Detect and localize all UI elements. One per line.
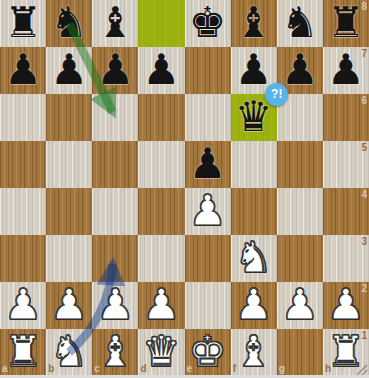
- square-d6[interactable]: [138, 94, 184, 141]
- square-h2[interactable]: ♟2: [323, 282, 369, 329]
- board-resize-handle[interactable]: [354, 363, 368, 376]
- white-bishop-f1[interactable]: ♝: [231, 329, 277, 376]
- white-pawn-a2[interactable]: ♟: [0, 282, 46, 329]
- square-e4[interactable]: ♟: [185, 188, 231, 235]
- square-c6[interactable]: [92, 94, 138, 141]
- square-b1[interactable]: ♞b: [46, 329, 92, 376]
- black-pawn-e5[interactable]: ♟: [185, 141, 231, 188]
- square-c7[interactable]: ♟: [92, 47, 138, 94]
- white-pawn-g2[interactable]: ♟: [277, 282, 323, 329]
- white-pawn-e4[interactable]: ♟: [185, 188, 231, 235]
- white-pawn-f2[interactable]: ♟: [231, 282, 277, 329]
- square-a3[interactable]: [0, 235, 46, 282]
- square-b7[interactable]: ♟: [46, 47, 92, 94]
- square-g6[interactable]: [277, 94, 323, 141]
- square-e8[interactable]: ♚: [185, 0, 231, 47]
- square-g5[interactable]: [277, 141, 323, 188]
- square-e5[interactable]: ♟: [185, 141, 231, 188]
- black-pawn-b7[interactable]: ♟: [46, 47, 92, 94]
- white-knight-f3[interactable]: ♞: [231, 235, 277, 282]
- white-rook-a1[interactable]: ♜: [0, 329, 46, 376]
- white-pawn-c2[interactable]: ♟: [92, 282, 138, 329]
- black-pawn-d7[interactable]: ♟: [138, 47, 184, 94]
- square-h5[interactable]: 5: [323, 141, 369, 188]
- square-e2[interactable]: [185, 282, 231, 329]
- square-f2[interactable]: ♟: [231, 282, 277, 329]
- white-king-e1[interactable]: ♚: [185, 329, 231, 376]
- square-h3[interactable]: 3: [323, 235, 369, 282]
- coord-rank-3: 3: [361, 237, 367, 247]
- square-f3[interactable]: ♞: [231, 235, 277, 282]
- square-d5[interactable]: [138, 141, 184, 188]
- black-pawn-f7[interactable]: ♟: [231, 47, 277, 94]
- square-d7[interactable]: ♟: [138, 47, 184, 94]
- square-h7[interactable]: ♟7: [323, 47, 369, 94]
- square-b2[interactable]: ♟: [46, 282, 92, 329]
- square-a4[interactable]: [0, 188, 46, 235]
- square-e3[interactable]: [185, 235, 231, 282]
- black-knight-b8[interactable]: ♞: [46, 0, 92, 47]
- square-f8[interactable]: ♝: [231, 0, 277, 47]
- coord-rank-4: 4: [361, 190, 367, 200]
- square-a5[interactable]: [0, 141, 46, 188]
- square-h8[interactable]: ♜8: [323, 0, 369, 47]
- square-b6[interactable]: [46, 94, 92, 141]
- square-a6[interactable]: [0, 94, 46, 141]
- square-g2[interactable]: ♟: [277, 282, 323, 329]
- black-rook-a8[interactable]: ♜: [0, 0, 46, 47]
- square-c1[interactable]: ♝c: [92, 329, 138, 376]
- square-f7[interactable]: ♟: [231, 47, 277, 94]
- square-b3[interactable]: [46, 235, 92, 282]
- chess-board-area: ♜♞♝♚♝♞♜8♟♟♟♟♟♟♟7♛6♟5♟4♞3♟♟♟♟♟♟♟2♜a♞b♝c♛d…: [0, 0, 369, 378]
- square-c4[interactable]: [92, 188, 138, 235]
- square-c3[interactable]: [92, 235, 138, 282]
- square-a8[interactable]: ♜: [0, 0, 46, 47]
- coord-rank-6: 6: [361, 96, 367, 106]
- white-bishop-c1[interactable]: ♝: [92, 329, 138, 376]
- square-g1[interactable]: g: [277, 329, 323, 376]
- square-d8[interactable]: [138, 0, 184, 47]
- square-g8[interactable]: ♞: [277, 0, 323, 47]
- square-a2[interactable]: ♟: [0, 282, 46, 329]
- square-g7[interactable]: ♟: [277, 47, 323, 94]
- square-f1[interactable]: ♝f: [231, 329, 277, 376]
- white-pawn-h2[interactable]: ♟: [323, 282, 369, 329]
- square-f4[interactable]: [231, 188, 277, 235]
- square-b8[interactable]: ♞: [46, 0, 92, 47]
- square-h4[interactable]: 4: [323, 188, 369, 235]
- white-pawn-d2[interactable]: ♟: [138, 282, 184, 329]
- white-knight-b1[interactable]: ♞: [46, 329, 92, 376]
- square-g4[interactable]: [277, 188, 323, 235]
- black-bishop-f8[interactable]: ♝: [231, 0, 277, 47]
- square-a7[interactable]: ♟: [0, 47, 46, 94]
- white-pawn-b2[interactable]: ♟: [46, 282, 92, 329]
- square-c2[interactable]: ♟: [92, 282, 138, 329]
- square-a1[interactable]: ♜a: [0, 329, 46, 376]
- square-b5[interactable]: [46, 141, 92, 188]
- black-pawn-a7[interactable]: ♟: [0, 47, 46, 94]
- square-g3[interactable]: [277, 235, 323, 282]
- black-knight-g8[interactable]: ♞: [277, 0, 323, 47]
- black-queen-f6[interactable]: ♛: [231, 94, 277, 141]
- chess-board: ♜♞♝♚♝♞♜8♟♟♟♟♟♟♟7♛6♟5♟4♞3♟♟♟♟♟♟♟2♜a♞b♝c♛d…: [0, 0, 369, 376]
- square-f6[interactable]: ♛: [231, 94, 277, 141]
- coord-rank-5: 5: [361, 143, 367, 153]
- black-king-e8[interactable]: ♚: [185, 0, 231, 47]
- black-rook-h8[interactable]: ♜: [323, 0, 369, 47]
- last-move-highlight-d8: [138, 0, 184, 47]
- square-d2[interactable]: ♟: [138, 282, 184, 329]
- black-pawn-c7[interactable]: ♟: [92, 47, 138, 94]
- white-queen-d1[interactable]: ♛: [138, 329, 184, 376]
- square-e6[interactable]: [185, 94, 231, 141]
- black-bishop-c8[interactable]: ♝: [92, 0, 138, 47]
- square-e7[interactable]: [185, 47, 231, 94]
- square-f5[interactable]: [231, 141, 277, 188]
- square-d3[interactable]: [138, 235, 184, 282]
- square-c8[interactable]: ♝: [92, 0, 138, 47]
- black-pawn-h7[interactable]: ♟: [323, 47, 369, 94]
- coord-file-g: g: [279, 364, 285, 374]
- square-d4[interactable]: [138, 188, 184, 235]
- square-h6[interactable]: 6: [323, 94, 369, 141]
- black-pawn-g7[interactable]: ♟: [277, 47, 323, 94]
- square-c5[interactable]: [92, 141, 138, 188]
- square-b4[interactable]: [46, 188, 92, 235]
- square-d1[interactable]: ♛d: [138, 329, 184, 376]
- square-e1[interactable]: ♚e: [185, 329, 231, 376]
